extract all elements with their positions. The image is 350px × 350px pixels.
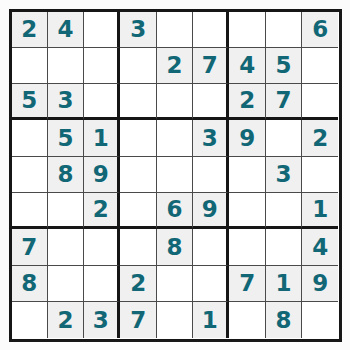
cell-r9c8[interactable]: 8: [266, 302, 302, 338]
cell-r1c7[interactable]: [229, 12, 265, 48]
cell-r4c2[interactable]: 5: [48, 120, 84, 156]
cell-r5c5[interactable]: [157, 157, 193, 193]
cell-r1c9[interactable]: 6: [302, 12, 338, 48]
cell-r5c3[interactable]: 9: [84, 157, 120, 193]
cell-r2c7[interactable]: 4: [229, 48, 265, 84]
cell-r3c6[interactable]: [193, 84, 229, 120]
cell-r6c6[interactable]: 9: [193, 193, 229, 229]
sudoku-board: 2436274553275139289326917848271923718: [9, 9, 342, 342]
cell-r8c2[interactable]: [48, 266, 84, 302]
cell-r7c1[interactable]: 7: [12, 229, 48, 265]
cell-r3c2[interactable]: 3: [48, 84, 84, 120]
cell-r1c6[interactable]: [193, 12, 229, 48]
cell-r2c6[interactable]: 7: [193, 48, 229, 84]
cell-r2c5[interactable]: 2: [157, 48, 193, 84]
cell-r9c3[interactable]: 3: [84, 302, 120, 338]
cell-r9c7[interactable]: [229, 302, 265, 338]
cell-r4c1[interactable]: [12, 120, 48, 156]
cell-r6c3[interactable]: 2: [84, 193, 120, 229]
cell-r6c8[interactable]: [266, 193, 302, 229]
cell-r8c4[interactable]: 2: [120, 266, 156, 302]
cell-r7c3[interactable]: [84, 229, 120, 265]
cell-r1c5[interactable]: [157, 12, 193, 48]
cell-r9c6[interactable]: 1: [193, 302, 229, 338]
cell-r3c5[interactable]: [157, 84, 193, 120]
cell-r6c4[interactable]: [120, 193, 156, 229]
cell-r5c7[interactable]: [229, 157, 265, 193]
cell-r9c2[interactable]: 2: [48, 302, 84, 338]
page: 2436274553275139289326917848271923718: [0, 0, 350, 350]
cell-r2c1[interactable]: [12, 48, 48, 84]
cell-r4c5[interactable]: [157, 120, 193, 156]
cell-r8c7[interactable]: 7: [229, 266, 265, 302]
cell-r3c7[interactable]: 2: [229, 84, 265, 120]
cell-r1c2[interactable]: 4: [48, 12, 84, 48]
cell-r3c1[interactable]: 5: [12, 84, 48, 120]
cell-r1c3[interactable]: [84, 12, 120, 48]
cell-r8c8[interactable]: 1: [266, 266, 302, 302]
cell-r8c6[interactable]: [193, 266, 229, 302]
cell-r7c8[interactable]: [266, 229, 302, 265]
cell-r3c4[interactable]: [120, 84, 156, 120]
cell-r7c6[interactable]: [193, 229, 229, 265]
cell-r8c5[interactable]: [157, 266, 193, 302]
cell-r6c7[interactable]: [229, 193, 265, 229]
cell-r3c8[interactable]: 7: [266, 84, 302, 120]
cell-r9c4[interactable]: 7: [120, 302, 156, 338]
cell-r8c1[interactable]: 8: [12, 266, 48, 302]
cell-r1c4[interactable]: 3: [120, 12, 156, 48]
cell-r8c3[interactable]: [84, 266, 120, 302]
cell-r4c3[interactable]: 1: [84, 120, 120, 156]
cell-r3c3[interactable]: [84, 84, 120, 120]
cell-r2c9[interactable]: [302, 48, 338, 84]
cell-r2c4[interactable]: [120, 48, 156, 84]
cell-r7c5[interactable]: 8: [157, 229, 193, 265]
cell-r5c1[interactable]: [12, 157, 48, 193]
cell-r1c1[interactable]: 2: [12, 12, 48, 48]
cell-r2c8[interactable]: 5: [266, 48, 302, 84]
cell-r8c9[interactable]: 9: [302, 266, 338, 302]
cell-r7c4[interactable]: [120, 229, 156, 265]
cell-r5c6[interactable]: [193, 157, 229, 193]
cell-r9c1[interactable]: [12, 302, 48, 338]
cell-r9c5[interactable]: [157, 302, 193, 338]
cell-r2c3[interactable]: [84, 48, 120, 84]
cell-r5c9[interactable]: [302, 157, 338, 193]
cell-r6c5[interactable]: 6: [157, 193, 193, 229]
cell-r3c9[interactable]: [302, 84, 338, 120]
cell-r5c4[interactable]: [120, 157, 156, 193]
cell-r2c2[interactable]: [48, 48, 84, 84]
cell-r5c2[interactable]: 8: [48, 157, 84, 193]
cell-r4c4[interactable]: [120, 120, 156, 156]
cell-r7c2[interactable]: [48, 229, 84, 265]
cell-r4c7[interactable]: 9: [229, 120, 265, 156]
cell-r6c2[interactable]: [48, 193, 84, 229]
cell-r1c8[interactable]: [266, 12, 302, 48]
cell-r5c8[interactable]: 3: [266, 157, 302, 193]
cell-r4c9[interactable]: 2: [302, 120, 338, 156]
cell-r6c1[interactable]: [12, 193, 48, 229]
cell-r6c9[interactable]: 1: [302, 193, 338, 229]
cell-r7c9[interactable]: 4: [302, 229, 338, 265]
cell-r4c6[interactable]: 3: [193, 120, 229, 156]
cell-r9c9[interactable]: [302, 302, 338, 338]
cell-r7c7[interactable]: [229, 229, 265, 265]
cell-r4c8[interactable]: [266, 120, 302, 156]
